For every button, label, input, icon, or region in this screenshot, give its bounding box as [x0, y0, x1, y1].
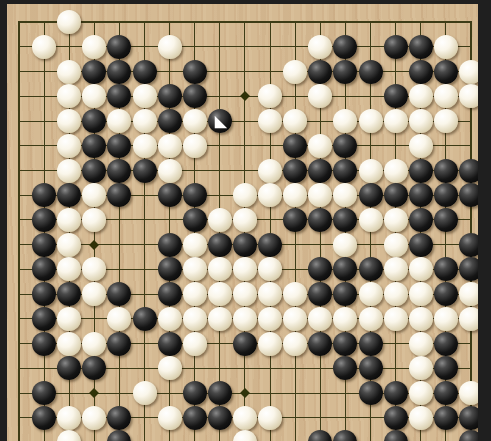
black-stone[interactable]	[32, 406, 56, 430]
white-stone[interactable]	[434, 109, 458, 133]
black-stone[interactable]	[333, 257, 357, 281]
black-stone[interactable]	[82, 60, 106, 84]
white-stone[interactable]	[409, 356, 433, 380]
black-stone[interactable]	[434, 406, 458, 430]
black-stone[interactable]	[283, 134, 307, 158]
white-stone[interactable]	[133, 134, 157, 158]
black-stone[interactable]	[409, 35, 433, 59]
white-stone[interactable]	[258, 282, 282, 306]
black-stone[interactable]	[283, 159, 307, 183]
black-stone[interactable]	[333, 35, 357, 59]
white-stone[interactable]	[384, 159, 408, 183]
white-stone[interactable]	[233, 282, 257, 306]
white-stone[interactable]	[82, 332, 106, 356]
black-stone[interactable]	[82, 356, 106, 380]
white-stone[interactable]	[384, 257, 408, 281]
white-stone[interactable]	[258, 84, 282, 108]
black-stone[interactable]	[384, 35, 408, 59]
black-stone[interactable]	[208, 109, 232, 133]
white-stone[interactable]	[384, 208, 408, 232]
white-stone[interactable]	[208, 282, 232, 306]
black-stone[interactable]	[133, 159, 157, 183]
black-stone[interactable]	[183, 60, 207, 84]
black-stone[interactable]	[333, 208, 357, 232]
white-stone[interactable]	[258, 307, 282, 331]
black-stone[interactable]	[183, 84, 207, 108]
white-stone[interactable]	[158, 406, 182, 430]
white-stone[interactable]	[308, 307, 332, 331]
black-stone[interactable]	[459, 183, 478, 207]
white-stone[interactable]	[233, 257, 257, 281]
black-stone[interactable]	[208, 381, 232, 405]
black-stone[interactable]	[434, 183, 458, 207]
black-stone[interactable]	[384, 183, 408, 207]
black-stone[interactable]	[359, 183, 383, 207]
white-stone[interactable]	[258, 257, 282, 281]
white-stone[interactable]	[133, 109, 157, 133]
black-stone[interactable]	[434, 282, 458, 306]
black-stone[interactable]	[133, 60, 157, 84]
white-stone[interactable]	[409, 406, 433, 430]
black-stone[interactable]	[434, 159, 458, 183]
black-stone[interactable]	[32, 282, 56, 306]
go-board[interactable]	[7, 4, 478, 441]
black-stone[interactable]	[384, 381, 408, 405]
white-stone[interactable]	[434, 84, 458, 108]
black-stone[interactable]	[308, 332, 332, 356]
white-stone[interactable]	[409, 332, 433, 356]
black-stone[interactable]	[107, 282, 131, 306]
black-stone[interactable]	[208, 406, 232, 430]
black-stone[interactable]	[308, 430, 332, 441]
black-stone[interactable]	[107, 84, 131, 108]
black-stone[interactable]	[333, 356, 357, 380]
black-stone[interactable]	[283, 208, 307, 232]
black-stone[interactable]	[233, 233, 257, 257]
white-stone[interactable]	[308, 84, 332, 108]
black-stone[interactable]	[32, 307, 56, 331]
white-stone[interactable]	[158, 356, 182, 380]
white-stone[interactable]	[258, 183, 282, 207]
white-stone[interactable]	[434, 307, 458, 331]
black-stone[interactable]	[409, 159, 433, 183]
black-stone[interactable]	[233, 332, 257, 356]
black-stone[interactable]	[107, 332, 131, 356]
white-stone[interactable]	[333, 233, 357, 257]
white-stone[interactable]	[459, 381, 478, 405]
black-stone[interactable]	[32, 208, 56, 232]
white-stone[interactable]	[333, 183, 357, 207]
black-stone[interactable]	[308, 282, 332, 306]
white-stone[interactable]	[82, 257, 106, 281]
white-stone[interactable]	[359, 307, 383, 331]
black-stone[interactable]	[82, 159, 106, 183]
grid-line-vertical	[18, 22, 20, 441]
white-stone[interactable]	[258, 332, 282, 356]
white-stone[interactable]	[258, 406, 282, 430]
black-stone[interactable]	[384, 406, 408, 430]
black-stone[interactable]	[434, 257, 458, 281]
black-stone[interactable]	[359, 257, 383, 281]
black-stone[interactable]	[32, 381, 56, 405]
black-stone[interactable]	[359, 381, 383, 405]
black-stone[interactable]	[82, 109, 106, 133]
black-stone[interactable]	[459, 257, 478, 281]
white-stone[interactable]	[459, 60, 478, 84]
white-stone[interactable]	[384, 307, 408, 331]
white-stone[interactable]	[82, 183, 106, 207]
grid-line-horizontal	[18, 21, 472, 23]
black-stone[interactable]	[158, 109, 182, 133]
black-stone[interactable]	[183, 183, 207, 207]
black-stone[interactable]	[308, 208, 332, 232]
star-point	[89, 240, 99, 250]
black-stone[interactable]	[459, 430, 478, 441]
white-stone[interactable]	[57, 406, 81, 430]
white-stone[interactable]	[283, 183, 307, 207]
black-stone[interactable]	[308, 159, 332, 183]
black-stone[interactable]	[107, 406, 131, 430]
black-stone[interactable]	[359, 60, 383, 84]
black-stone[interactable]	[459, 159, 478, 183]
white-stone[interactable]	[233, 307, 257, 331]
white-stone[interactable]	[158, 307, 182, 331]
black-stone[interactable]	[107, 159, 131, 183]
white-stone[interactable]	[359, 282, 383, 306]
white-stone[interactable]	[359, 159, 383, 183]
black-stone[interactable]	[57, 282, 81, 306]
white-stone[interactable]	[359, 109, 383, 133]
white-stone[interactable]	[384, 282, 408, 306]
white-stone[interactable]	[409, 257, 433, 281]
white-stone[interactable]	[208, 307, 232, 331]
white-stone[interactable]	[183, 332, 207, 356]
white-stone[interactable]	[409, 109, 433, 133]
white-stone[interactable]	[233, 183, 257, 207]
white-stone[interactable]	[57, 233, 81, 257]
black-stone[interactable]	[258, 233, 282, 257]
white-stone[interactable]	[183, 134, 207, 158]
black-stone[interactable]	[434, 381, 458, 405]
black-stone[interactable]	[434, 208, 458, 232]
white-stone[interactable]	[283, 60, 307, 84]
white-stone[interactable]	[57, 10, 81, 34]
black-stone[interactable]	[107, 134, 131, 158]
black-stone[interactable]	[409, 208, 433, 232]
white-stone[interactable]	[57, 60, 81, 84]
black-stone[interactable]	[409, 60, 433, 84]
black-stone[interactable]	[333, 282, 357, 306]
white-stone[interactable]	[409, 134, 433, 158]
white-stone[interactable]	[308, 134, 332, 158]
white-stone[interactable]	[133, 381, 157, 405]
white-stone[interactable]	[82, 406, 106, 430]
black-stone[interactable]	[183, 208, 207, 232]
white-stone[interactable]	[183, 109, 207, 133]
white-stone[interactable]	[57, 430, 81, 441]
black-stone[interactable]	[333, 430, 357, 441]
black-stone[interactable]	[333, 134, 357, 158]
black-stone[interactable]	[32, 257, 56, 281]
white-stone[interactable]	[333, 109, 357, 133]
white-stone[interactable]	[359, 208, 383, 232]
white-stone[interactable]	[32, 35, 56, 59]
white-stone[interactable]	[208, 208, 232, 232]
black-stone[interactable]	[32, 233, 56, 257]
black-stone[interactable]	[57, 183, 81, 207]
black-stone[interactable]	[384, 430, 408, 441]
screenshot-stage	[0, 0, 491, 441]
white-stone[interactable]	[133, 84, 157, 108]
white-stone[interactable]	[283, 109, 307, 133]
white-stone[interactable]	[459, 307, 478, 331]
white-stone[interactable]	[434, 35, 458, 59]
white-stone[interactable]	[82, 282, 106, 306]
white-stone[interactable]	[183, 257, 207, 281]
white-stone[interactable]	[158, 159, 182, 183]
white-stone[interactable]	[57, 332, 81, 356]
white-stone[interactable]	[409, 381, 433, 405]
white-stone[interactable]	[258, 159, 282, 183]
white-stone[interactable]	[57, 84, 81, 108]
black-stone[interactable]	[459, 233, 478, 257]
white-stone[interactable]	[82, 84, 106, 108]
white-stone[interactable]	[384, 109, 408, 133]
white-stone[interactable]	[158, 134, 182, 158]
black-stone[interactable]	[82, 134, 106, 158]
black-stone[interactable]	[308, 257, 332, 281]
black-stone[interactable]	[409, 233, 433, 257]
white-stone[interactable]	[183, 307, 207, 331]
black-stone[interactable]	[359, 332, 383, 356]
white-stone[interactable]	[308, 183, 332, 207]
white-stone[interactable]	[107, 307, 131, 331]
star-point	[240, 388, 250, 398]
black-stone[interactable]	[32, 332, 56, 356]
white-stone[interactable]	[283, 282, 307, 306]
white-stone[interactable]	[459, 84, 478, 108]
star-point	[240, 91, 250, 101]
black-stone[interactable]	[107, 183, 131, 207]
white-stone[interactable]	[57, 109, 81, 133]
black-stone[interactable]	[308, 60, 332, 84]
white-stone[interactable]	[258, 109, 282, 133]
white-stone[interactable]	[57, 257, 81, 281]
white-stone[interactable]	[283, 307, 307, 331]
black-stone[interactable]	[158, 84, 182, 108]
white-stone[interactable]	[82, 208, 106, 232]
black-stone[interactable]	[434, 332, 458, 356]
black-stone[interactable]	[158, 257, 182, 281]
white-stone[interactable]	[208, 257, 232, 281]
black-stone[interactable]	[133, 307, 157, 331]
white-stone[interactable]	[183, 233, 207, 257]
white-stone[interactable]	[409, 282, 433, 306]
black-stone[interactable]	[158, 183, 182, 207]
black-stone[interactable]	[158, 282, 182, 306]
black-stone[interactable]	[107, 430, 131, 441]
white-stone[interactable]	[183, 282, 207, 306]
white-stone[interactable]	[57, 208, 81, 232]
white-stone[interactable]	[158, 35, 182, 59]
white-stone[interactable]	[57, 159, 81, 183]
black-stone[interactable]	[333, 60, 357, 84]
white-stone[interactable]	[333, 307, 357, 331]
black-stone[interactable]	[158, 332, 182, 356]
white-stone[interactable]	[233, 208, 257, 232]
white-stone[interactable]	[233, 406, 257, 430]
black-stone[interactable]	[409, 183, 433, 207]
white-stone[interactable]	[459, 282, 478, 306]
white-stone[interactable]	[107, 109, 131, 133]
black-stone[interactable]	[183, 381, 207, 405]
black-stone[interactable]	[208, 233, 232, 257]
white-stone[interactable]	[384, 233, 408, 257]
black-stone[interactable]	[333, 332, 357, 356]
white-stone[interactable]	[57, 307, 81, 331]
black-stone[interactable]	[333, 159, 357, 183]
black-stone[interactable]	[158, 233, 182, 257]
black-stone[interactable]	[57, 356, 81, 380]
black-stone[interactable]	[434, 356, 458, 380]
black-stone[interactable]	[459, 406, 478, 430]
white-stone[interactable]	[409, 307, 433, 331]
black-stone[interactable]	[359, 356, 383, 380]
black-stone[interactable]	[384, 84, 408, 108]
star-point	[89, 388, 99, 398]
white-stone[interactable]	[82, 35, 106, 59]
black-stone[interactable]	[107, 35, 131, 59]
white-stone[interactable]	[283, 332, 307, 356]
black-stone[interactable]	[107, 60, 131, 84]
white-stone[interactable]	[409, 84, 433, 108]
white-stone[interactable]	[233, 430, 257, 441]
black-stone[interactable]	[183, 406, 207, 430]
black-stone[interactable]	[32, 183, 56, 207]
black-stone[interactable]	[434, 60, 458, 84]
white-stone[interactable]	[308, 35, 332, 59]
white-stone[interactable]	[57, 134, 81, 158]
